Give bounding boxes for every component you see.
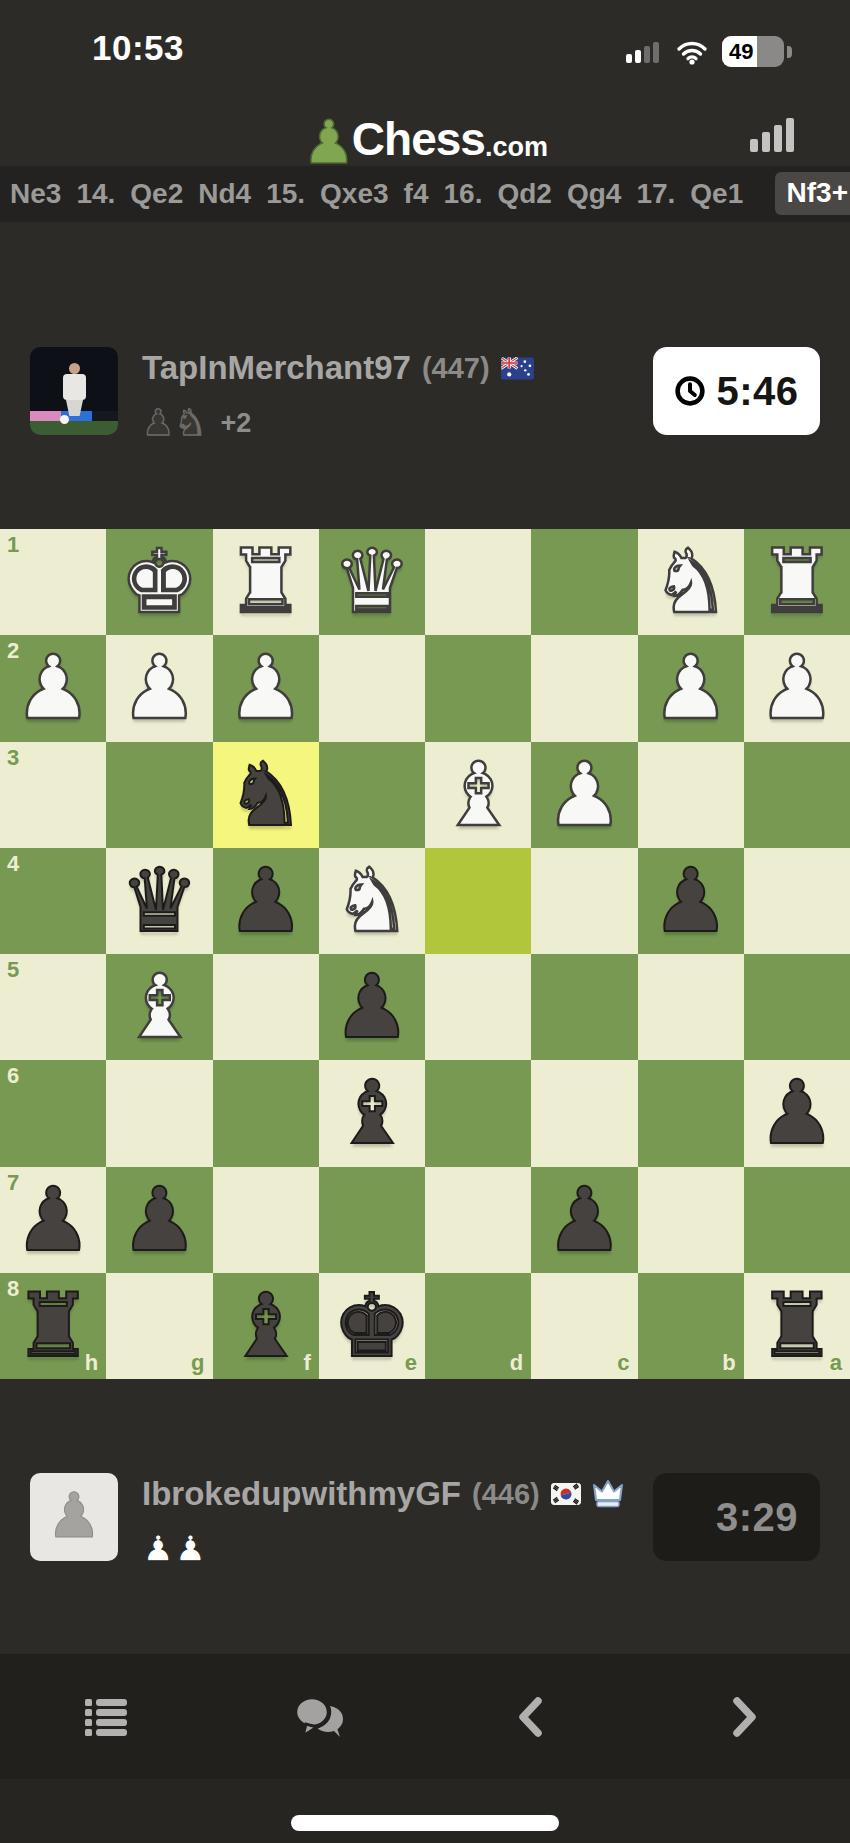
square-c7[interactable]: ♟ [531,1167,637,1273]
white-knight-b1: ♞ [638,529,744,635]
black-bishop-e6: ♝ [319,1060,425,1166]
square-b4[interactable]: ♟ [638,848,744,954]
square-b3[interactable] [638,742,744,848]
player-top-name: TapInMerchant97 [142,349,411,387]
bottom-safe-area [0,1779,850,1843]
square-h3[interactable]: 3 [0,742,106,848]
square-c5[interactable] [531,954,637,1060]
australia-flag-icon [501,357,534,380]
square-e4[interactable]: ♞ [319,848,425,954]
square-g6[interactable] [106,1060,212,1166]
rank-label-4: 4 [7,851,19,877]
square-b8[interactable]: b [638,1273,744,1379]
square-f8[interactable]: f♝ [213,1273,319,1379]
square-d7[interactable] [425,1167,531,1273]
square-g5[interactable]: ♝ [106,954,212,1060]
current-move[interactable]: Nf3+ [775,172,850,215]
player-top-white: TapInMerchant97 (447) ♟♞ +2 [30,347,820,437]
square-a3[interactable] [744,742,850,848]
square-h1[interactable]: 1 [0,529,106,635]
square-f3[interactable]: ♞ [213,742,319,848]
square-h7[interactable]: 7♟ [0,1167,106,1273]
square-d5[interactable] [425,954,531,1060]
square-a2[interactable]: ♟ [744,635,850,741]
square-e5[interactable]: ♟ [319,954,425,1060]
square-c3[interactable]: ♟ [531,742,637,848]
cellular-signal-icon [626,39,662,65]
chesscom-logo: ♟ Chess .com [0,96,850,166]
black-queen-g4: ♛ [106,848,212,954]
player-top-rating: (447) [422,352,490,385]
captured-white-piece: ♟ [142,1531,174,1567]
square-c6[interactable] [531,1060,637,1166]
square-d8[interactable]: d [425,1273,531,1379]
move-list-bar: Ne314.Qe2Nd415.Qxe3f416.Qd2Qg417.Qe1 Nf3… [0,166,850,222]
logo-text-chess: Chess [352,112,485,166]
black-knight-f3: ♞ [213,742,319,848]
bottom-navigation [0,1654,850,1779]
white-pawn-c3: ♟ [531,742,637,848]
default-pawn-avatar-icon: ♟ [46,1479,102,1552]
file-label-b: b [722,1350,735,1376]
square-e6[interactable]: ♝ [319,1060,425,1166]
white-rook-f1: ♜ [213,529,319,635]
square-f6[interactable] [213,1060,319,1166]
square-b7[interactable] [638,1167,744,1273]
square-h2[interactable]: 2♟ [0,635,106,741]
player-top-material-advantage: +2 [221,408,252,439]
chat-button[interactable] [213,1654,426,1779]
battery-percent: 49 [729,39,753,65]
battery-icon: 49 [722,36,784,67]
square-a6[interactable]: ♟ [744,1060,850,1166]
square-g3[interactable] [106,742,212,848]
player-top-clock: 5:46 [653,347,820,435]
move-token[interactable]: Qd2 [497,178,551,210]
black-pawn-f4: ♟ [213,848,319,954]
rank-label-6: 6 [7,1063,19,1089]
square-c8[interactable]: c [531,1273,637,1379]
chevron-right-icon [724,1694,764,1740]
white-knight-e4: ♞ [319,848,425,954]
logo-text-com: .com [485,132,548,166]
move-list-button[interactable] [0,1654,213,1779]
square-f5[interactable] [213,954,319,1060]
square-b1[interactable]: ♞ [638,529,744,635]
black-pawn-c7: ♟ [531,1167,637,1273]
square-d3[interactable]: ♝ [425,742,531,848]
rank-label-5: 5 [7,957,19,983]
captured-black-piece: ♞ [174,405,206,441]
forward-button[interactable] [638,1654,850,1779]
square-h5[interactable]: 5 [0,954,106,1060]
square-e7[interactable] [319,1167,425,1273]
square-a1[interactable]: ♜ [744,529,850,635]
square-e2[interactable] [319,635,425,741]
player-bottom-avatar[interactable]: ♟ [30,1473,118,1561]
move-token[interactable]: Qg4 [567,178,621,210]
white-rook-a1: ♜ [744,529,850,635]
battery-nub [787,46,792,58]
square-c1[interactable] [531,529,637,635]
logo-pawn-icon: ♟ [302,112,356,172]
square-g2[interactable]: ♟ [106,635,212,741]
chess-app-screen: 10:53 49 ♟ Chess .com Ne314.Qe2Nd415.Qxe… [0,0,850,1843]
connection-strength-icon [750,118,794,152]
square-b6[interactable] [638,1060,744,1166]
square-f7[interactable] [213,1167,319,1273]
move-list: Ne314.Qe2Nd415.Qxe3f416.Qd2Qg417.Qe1 [10,178,743,210]
white-queen-e1: ♛ [319,529,425,635]
rank-label-3: 3 [7,745,19,771]
square-f1[interactable]: ♜ [213,529,319,635]
square-f2[interactable]: ♟ [213,635,319,741]
square-g8[interactable]: g [106,1273,212,1379]
square-h4[interactable]: 4 [0,848,106,954]
file-label-f: f [303,1350,310,1376]
square-d2[interactable] [425,635,531,741]
file-label-h: h [85,1350,98,1376]
square-b5[interactable] [638,954,744,1060]
black-pawn-b4: ♟ [638,848,744,954]
player-top-time: 5:46 [716,369,798,414]
square-a7[interactable] [744,1167,850,1273]
player-bottom-clock: 3:29 [653,1473,820,1561]
file-label-c: c [617,1350,629,1376]
white-king-g1: ♚ [106,529,212,635]
crown-membership-icon [592,1479,624,1509]
move-token[interactable]: Qe2 [130,178,183,210]
chess-board: 1♚♜♛♞♜2♟♟♟♟♟3♞♝♟4♛♟♞♟5♝♟6♝♟7♟♟♟8h♜gf♝e♚d… [0,529,850,1379]
square-e8[interactable]: e♚ [319,1273,425,1379]
square-g7[interactable]: ♟ [106,1167,212,1273]
file-label-d: d [510,1350,523,1376]
black-pawn-g7: ♟ [106,1167,212,1273]
player-bottom-black: ♟ IbrokedupwithmyGF (446) [30,1473,820,1563]
square-g4[interactable]: ♛ [106,848,212,954]
move-token[interactable]: Qxe3 [320,178,389,210]
file-label-g: g [191,1350,204,1376]
white-bishop-d3: ♝ [425,742,531,848]
square-a4[interactable] [744,848,850,954]
square-h6[interactable]: 6 [0,1060,106,1166]
clock-icon [674,375,706,407]
back-button[interactable] [425,1654,638,1779]
white-pawn-f2: ♟ [213,635,319,741]
square-d1[interactable] [425,529,531,635]
move-token[interactable]: 17. [636,178,675,210]
status-time: 10:53 [92,28,184,68]
player-bottom-time: 3:29 [716,1495,798,1540]
move-token[interactable]: Ne3 [10,178,61,210]
square-b2[interactable]: ♟ [638,635,744,741]
player-bottom-rating: (446) [472,1478,540,1511]
rank-label-7: 7 [7,1170,19,1196]
white-pawn-g2: ♟ [106,635,212,741]
home-indicator [291,1815,559,1831]
file-label-e: e [405,1350,417,1376]
square-e3[interactable] [319,742,425,848]
player-top-avatar[interactable] [30,347,118,435]
rank-label-1: 1 [7,532,19,558]
square-d4[interactable] [425,848,531,954]
wifi-icon [675,39,709,65]
move-token[interactable]: Qe1 [690,178,743,210]
move-token[interactable]: 14. [76,178,115,210]
white-pawn-b2: ♟ [638,635,744,741]
chevron-left-icon [511,1694,551,1740]
south-korea-flag-icon [551,1483,581,1505]
square-g1[interactable]: ♚ [106,529,212,635]
square-c2[interactable] [531,635,637,741]
move-token[interactable]: 15. [266,178,305,210]
move-list-icon [84,1697,128,1737]
captured-black-piece: ♟ [142,405,174,441]
square-f4[interactable]: ♟ [213,848,319,954]
square-e1[interactable]: ♛ [319,529,425,635]
square-d6[interactable] [425,1060,531,1166]
black-pawn-a6: ♟ [744,1060,850,1166]
move-token[interactable]: Nd4 [198,178,251,210]
white-bishop-g5: ♝ [106,954,212,1060]
square-a8[interactable]: a♜ [744,1273,850,1379]
rank-label-2: 2 [7,638,19,664]
file-label-a: a [830,1350,842,1376]
player-bottom-captured-pieces: ♟♟ [142,1531,207,1567]
player-top-captured-pieces: ♟♞ [142,405,207,441]
square-a5[interactable] [744,954,850,1060]
status-icons: 49 [626,36,792,67]
chat-icon [292,1693,346,1741]
square-c4[interactable] [531,848,637,954]
black-pawn-e5: ♟ [319,954,425,1060]
move-token[interactable]: 16. [444,178,483,210]
white-pawn-a2: ♟ [744,635,850,741]
square-h8[interactable]: 8h♜ [0,1273,106,1379]
rank-label-8: 8 [7,1276,19,1302]
player-bottom-name: IbrokedupwithmyGF [142,1475,461,1513]
move-token[interactable]: f4 [404,178,429,210]
captured-white-piece: ♟ [174,1531,206,1567]
